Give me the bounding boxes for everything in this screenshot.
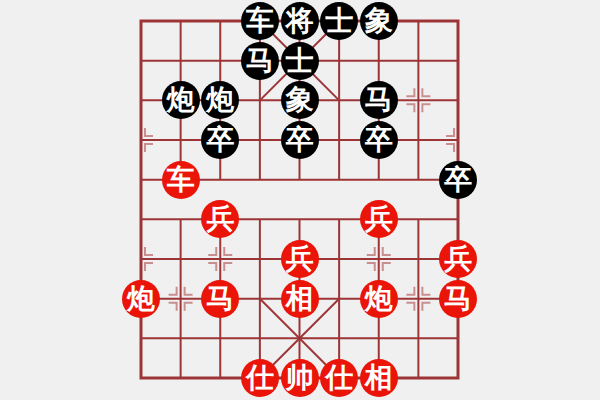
piece-red-elephant[interactable]: 相 [281,280,319,318]
piece-black-cannon[interactable]: 炮 [201,81,239,119]
piece-black-advisor[interactable]: 士 [281,42,319,80]
piece-red-chariot[interactable]: 车 [162,161,200,199]
piece-black-elephant[interactable]: 象 [360,2,398,40]
piece-red-soldier[interactable]: 兵 [439,240,477,278]
piece-red-horse[interactable]: 马 [439,280,477,318]
piece-black-general[interactable]: 将 [281,2,319,40]
piece-red-soldier[interactable]: 兵 [360,200,398,238]
piece-red-elephant[interactable]: 相 [360,359,398,397]
piece-black-horse[interactable]: 马 [241,42,279,80]
piece-red-advisor[interactable]: 仕 [241,359,279,397]
piece-red-cannon[interactable]: 炮 [360,280,398,318]
piece-black-soldier[interactable]: 卒 [281,121,319,159]
piece-black-chariot[interactable]: 车 [241,2,279,40]
piece-black-advisor[interactable]: 士 [320,2,358,40]
piece-red-cannon[interactable]: 炮 [122,280,160,318]
piece-black-soldier[interactable]: 卒 [439,161,477,199]
piece-black-soldier[interactable]: 卒 [201,121,239,159]
piece-black-cannon[interactable]: 炮 [162,81,200,119]
piece-black-elephant[interactable]: 象 [281,81,319,119]
piece-black-soldier[interactable]: 卒 [360,121,398,159]
pieces-layer: 车将士象马士炮炮象马卒卒卒卒车兵兵兵兵炮马相炮马仕帅仕相 [0,0,600,400]
piece-red-advisor[interactable]: 仕 [320,359,358,397]
piece-red-horse[interactable]: 马 [201,280,239,318]
piece-black-horse[interactable]: 马 [360,81,398,119]
piece-red-general[interactable]: 帅 [281,359,319,397]
piece-red-soldier[interactable]: 兵 [201,200,239,238]
xiangqi-game-view: 车将士象马士炮炮象马卒卒卒卒车兵兵兵兵炮马相炮马仕帅仕相 [0,0,600,400]
piece-red-soldier[interactable]: 兵 [281,240,319,278]
